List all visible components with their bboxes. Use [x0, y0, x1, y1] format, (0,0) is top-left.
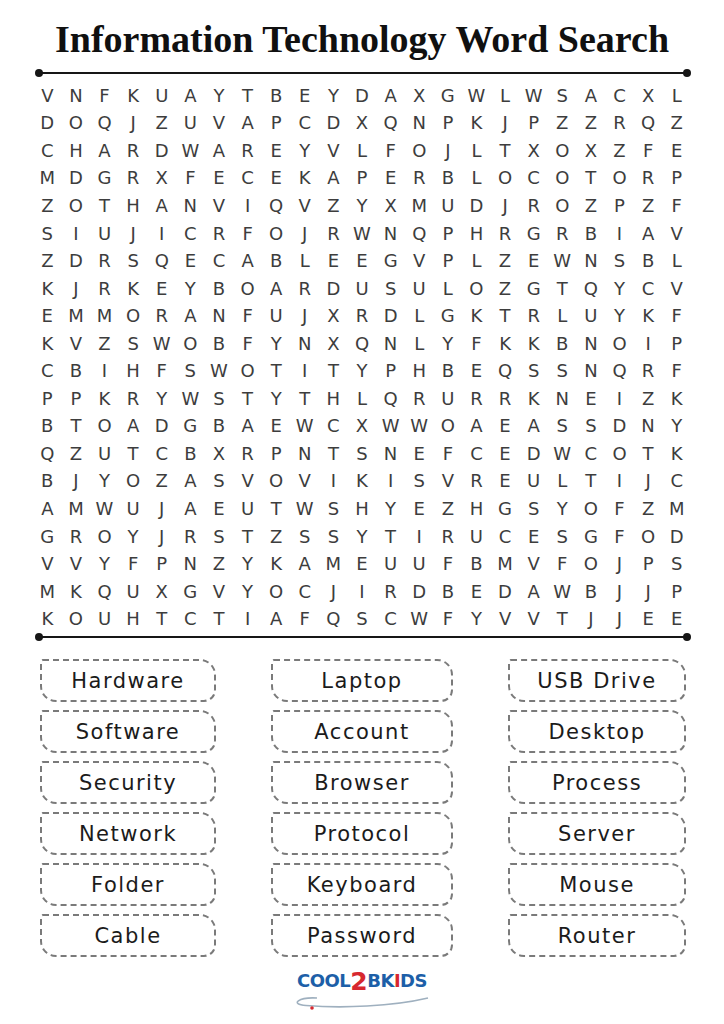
grid-cell: C — [176, 605, 205, 633]
grid-cell: A — [634, 220, 663, 248]
grid-cell: D — [519, 440, 548, 468]
grid-cell: E — [205, 495, 234, 523]
grid-cell: U — [119, 578, 148, 606]
grid-cell: N — [176, 192, 205, 220]
grid-cell: U — [405, 550, 434, 578]
grid-cell: F — [662, 357, 691, 385]
grid-cell: O — [62, 110, 91, 138]
grid-cell: Y — [119, 523, 148, 551]
grid-cell: O — [548, 137, 577, 165]
grid-cell: E — [662, 605, 691, 633]
grid-cell: C — [33, 357, 62, 385]
grid-cell: Y — [548, 495, 577, 523]
grid-cell: R — [176, 523, 205, 551]
grid-cell: M — [62, 495, 91, 523]
grid-cell: G — [577, 523, 606, 551]
grid-cell: P — [605, 192, 634, 220]
grid-cell: L — [348, 137, 377, 165]
grid-cell: V — [33, 550, 62, 578]
grid-cell: B — [262, 247, 291, 275]
grid-cell: B — [205, 275, 234, 303]
grid-cell: Q — [319, 605, 348, 633]
word-pill: Process — [508, 761, 686, 804]
grid-cell: V — [62, 330, 91, 358]
grid-cell: O — [119, 468, 148, 496]
grid-cell: A — [290, 550, 319, 578]
grid-cell: N — [205, 302, 234, 330]
grid-cell: N — [577, 357, 606, 385]
grid-cell: O — [62, 192, 91, 220]
grid-cell: U — [577, 302, 606, 330]
grid-cell: R — [233, 440, 262, 468]
grid-cell: N — [634, 413, 663, 441]
grid-cell: W — [290, 413, 319, 441]
grid-cell: S — [548, 413, 577, 441]
grid-cell: I — [233, 192, 262, 220]
grid-cell: H — [405, 357, 434, 385]
grid-cell: L — [434, 275, 463, 303]
grid-cell: J — [62, 275, 91, 303]
grid-cell: V — [62, 550, 91, 578]
grid-cell: C — [605, 82, 634, 110]
grid-cell: Z — [33, 192, 62, 220]
grid-cell: E — [491, 413, 520, 441]
grid-cell: R — [519, 192, 548, 220]
grid-cell: Q — [90, 110, 119, 138]
grid-cell: C — [233, 165, 262, 193]
grid-cell: T — [548, 605, 577, 633]
grid-cell: R — [147, 302, 176, 330]
grid-cell: S — [348, 440, 377, 468]
grid-cell: R — [205, 220, 234, 248]
logo-segment: 2 — [350, 969, 367, 994]
title-divider — [37, 72, 689, 74]
grid-cell: T — [205, 605, 234, 633]
grid-cell: P — [376, 357, 405, 385]
grid-cell: B — [548, 330, 577, 358]
grid-cell: O — [233, 357, 262, 385]
grid-cell: A — [519, 413, 548, 441]
grid-cell: R — [491, 385, 520, 413]
grid-cell: F — [434, 605, 463, 633]
grid-cell: A — [233, 110, 262, 138]
grid-cell: T — [290, 385, 319, 413]
grid-cell: J — [290, 220, 319, 248]
grid-cell: E — [348, 247, 377, 275]
grid-cell: F — [434, 440, 463, 468]
grid-cell: Y — [462, 605, 491, 633]
grid-cell: L — [548, 302, 577, 330]
grid-cell: S — [205, 385, 234, 413]
grid-cell: Y — [290, 137, 319, 165]
grid-cell: E — [519, 247, 548, 275]
grid-cell: J — [634, 468, 663, 496]
grid-cell: E — [662, 137, 691, 165]
grid-cell: F — [662, 302, 691, 330]
grid-cell: S — [205, 468, 234, 496]
grid-cell: Q — [605, 357, 634, 385]
worksheet-page: Information Technology Word Search VNFKU… — [0, 0, 724, 1024]
grid-cell: V — [519, 550, 548, 578]
grid-cell: A — [176, 82, 205, 110]
grid-cell: U — [434, 385, 463, 413]
grid-cell: F — [462, 330, 491, 358]
grid-cell: O — [605, 330, 634, 358]
word-pill: USB Drive — [508, 659, 686, 702]
grid-cell: X — [348, 110, 377, 138]
grid-cell: U — [434, 192, 463, 220]
grid-cell: A — [147, 192, 176, 220]
grid-cell: S — [119, 330, 148, 358]
word-pill: Hardware — [40, 659, 216, 702]
grid-cell: I — [376, 468, 405, 496]
grid-cell: M — [662, 495, 691, 523]
grid-cell: V — [434, 468, 463, 496]
grid-cell: S — [519, 495, 548, 523]
grid-cell: Y — [348, 192, 377, 220]
grid-cell: Z — [262, 523, 291, 551]
grid-cell: A — [119, 413, 148, 441]
grid-cell: I — [634, 330, 663, 358]
grid-cell: B — [434, 165, 463, 193]
grid-cell: Z — [634, 192, 663, 220]
grid-cell: B — [62, 357, 91, 385]
grid-cell: E — [319, 247, 348, 275]
grid-cell: L — [662, 247, 691, 275]
grid-cell: O — [233, 275, 262, 303]
grid-cell: P — [262, 110, 291, 138]
grid-cell: K — [119, 82, 148, 110]
grid-cell: I — [605, 220, 634, 248]
grid-cell: E — [348, 550, 377, 578]
grid-cell: H — [62, 137, 91, 165]
grid-cell: D — [62, 247, 91, 275]
grid-cell: M — [62, 302, 91, 330]
grid-cell: V — [205, 110, 234, 138]
grid-cell: T — [634, 440, 663, 468]
grid-cell: K — [462, 110, 491, 138]
grid-cell: R — [376, 578, 405, 606]
grid-cell: S — [319, 523, 348, 551]
grid-cell: X — [147, 165, 176, 193]
grid-cell: P — [348, 165, 377, 193]
grid-cell: C — [634, 275, 663, 303]
grid-cell: W — [348, 220, 377, 248]
word-pill: Folder — [40, 863, 216, 906]
grid-cell: O — [548, 165, 577, 193]
grid-cell: V — [491, 605, 520, 633]
grid-cell: W — [548, 247, 577, 275]
grid-cell: G — [434, 302, 463, 330]
grid-cell: R — [319, 220, 348, 248]
grid-cell: T — [319, 440, 348, 468]
grid-cell: J — [491, 192, 520, 220]
grid-cell: Z — [147, 110, 176, 138]
grid-cell: D — [376, 302, 405, 330]
grid-cell: F — [605, 495, 634, 523]
grid-cell: F — [634, 137, 663, 165]
grid-cell: J — [290, 302, 319, 330]
grid-cell: W — [548, 440, 577, 468]
word-pill: Security — [40, 761, 216, 804]
grid-cell: K — [33, 605, 62, 633]
grid-cell: N — [548, 385, 577, 413]
grid-cell: W — [290, 495, 319, 523]
grid-cell: Y — [319, 82, 348, 110]
grid-cell: K — [491, 330, 520, 358]
grid-cell: H — [119, 357, 148, 385]
grid-cell: B — [33, 468, 62, 496]
grid-cell: R — [462, 468, 491, 496]
grid-cell: P — [434, 110, 463, 138]
grid-cell: H — [462, 220, 491, 248]
grid-cell: R — [62, 523, 91, 551]
grid-cell: L — [548, 468, 577, 496]
grid-cell: S — [548, 357, 577, 385]
grid-cell: D — [462, 192, 491, 220]
grid-cell: K — [90, 385, 119, 413]
grid-cell: P — [62, 385, 91, 413]
grid-cell: T — [262, 495, 291, 523]
grid-cell: Q — [376, 385, 405, 413]
grid-cell: Q — [376, 110, 405, 138]
grid-cell: L — [662, 82, 691, 110]
grid-cell: R — [634, 357, 663, 385]
grid-cell: Q — [262, 192, 291, 220]
grid-cell: X — [405, 82, 434, 110]
grid-cell: S — [405, 468, 434, 496]
grid-cell: I — [605, 468, 634, 496]
grid-cell: Z — [147, 468, 176, 496]
grid-cell: I — [90, 357, 119, 385]
grid-cell: Y — [262, 385, 291, 413]
grid-cell: U — [405, 275, 434, 303]
word-pill: Laptop — [271, 659, 453, 702]
grid-cell: U — [376, 550, 405, 578]
grid-cell: S — [376, 275, 405, 303]
grid-cell: F — [290, 605, 319, 633]
grid-cell: O — [605, 440, 634, 468]
grid-cell: Y — [376, 495, 405, 523]
grid-cell: G — [33, 523, 62, 551]
grid-divider — [37, 636, 689, 638]
grid-cell: D — [33, 110, 62, 138]
grid-cell: A — [319, 165, 348, 193]
grid-cell: V — [662, 220, 691, 248]
grid-cell: R — [605, 110, 634, 138]
grid-cell: W — [176, 385, 205, 413]
grid-cell: U — [90, 440, 119, 468]
grid-cell: P — [434, 247, 463, 275]
grid-cell: A — [176, 495, 205, 523]
grid-cell: W — [205, 357, 234, 385]
grid-cell: R — [462, 385, 491, 413]
grid-cell: T — [376, 523, 405, 551]
grid-cell: X — [319, 330, 348, 358]
grid-cell: S — [662, 550, 691, 578]
grid-cell: C — [290, 578, 319, 606]
grid-cell: R — [119, 137, 148, 165]
grid-cell: S — [605, 247, 634, 275]
grid-cell: O — [548, 192, 577, 220]
grid-cell: E — [462, 357, 491, 385]
grid-cell: T — [62, 413, 91, 441]
grid-cell: P — [519, 110, 548, 138]
grid-cell: E — [262, 413, 291, 441]
grid-cell: B — [434, 578, 463, 606]
grid-cell: U — [90, 605, 119, 633]
grid-cell: J — [634, 578, 663, 606]
grid-cell: V — [205, 578, 234, 606]
grid-cell: Q — [634, 110, 663, 138]
grid-cell: O — [90, 523, 119, 551]
word-list-column: LaptopAccountBrowserProtocolKeyboardPass… — [271, 659, 453, 965]
grid-cell: F — [662, 192, 691, 220]
grid-cell: L — [348, 385, 377, 413]
cool2bkids-logo: COOL2BKIDS — [287, 969, 437, 1011]
grid-cell: S — [290, 523, 319, 551]
word-pill: Browser — [271, 761, 453, 804]
grid-cell: I — [62, 220, 91, 248]
grid-cell: X — [519, 137, 548, 165]
grid-cell: M — [90, 302, 119, 330]
grid-cell: D — [662, 523, 691, 551]
grid-cell: F — [233, 220, 262, 248]
grid-cell: V — [33, 82, 62, 110]
grid-cell: K — [119, 275, 148, 303]
grid-cell: O — [462, 275, 491, 303]
grid-cell: N — [176, 550, 205, 578]
grid-cell: F — [233, 302, 262, 330]
grid-cell: E — [491, 440, 520, 468]
grid-cell: U — [519, 468, 548, 496]
grid-cell: W — [548, 578, 577, 606]
grid-cell: T — [491, 302, 520, 330]
grid-cell: K — [662, 440, 691, 468]
grid-cell: Z — [33, 247, 62, 275]
grid-cell: Y — [90, 468, 119, 496]
grid-cell: R — [491, 220, 520, 248]
grid-cell: K — [348, 468, 377, 496]
grid-cell: I — [147, 220, 176, 248]
grid-cell: R — [233, 137, 262, 165]
grid-cell: A — [462, 413, 491, 441]
grid-cell: O — [62, 605, 91, 633]
grid-cell: T — [319, 357, 348, 385]
grid-cell: I — [605, 385, 634, 413]
grid-cell: H — [462, 495, 491, 523]
word-pill: Software — [40, 710, 216, 753]
grid-cell: G — [376, 247, 405, 275]
word-pill: Mouse — [508, 863, 686, 906]
grid-cell: Q — [491, 357, 520, 385]
word-pill: Router — [508, 914, 686, 957]
grid-cell: L — [491, 82, 520, 110]
grid-cell: R — [348, 302, 377, 330]
grid-cell: R — [634, 165, 663, 193]
grid-cell: V — [519, 605, 548, 633]
grid-cell: U — [147, 82, 176, 110]
grid-cell: E — [462, 578, 491, 606]
grid-cell: Y — [434, 330, 463, 358]
grid-cell: F — [176, 165, 205, 193]
grid-cell: C — [147, 440, 176, 468]
grid-cell: E — [147, 275, 176, 303]
grid-cell: O — [176, 330, 205, 358]
grid-cell: M — [33, 165, 62, 193]
word-list-column: USB DriveDesktopProcessServerMouseRouter — [508, 659, 686, 965]
grid-cell: K — [462, 302, 491, 330]
word-pill: Server — [508, 812, 686, 855]
grid-cell: X — [205, 440, 234, 468]
grid-cell: C — [376, 605, 405, 633]
grid-cell: Y — [205, 82, 234, 110]
grid-cell: E — [519, 523, 548, 551]
grid-cell: A — [176, 468, 205, 496]
grid-cell: R — [90, 247, 119, 275]
grid-cell: Y — [605, 275, 634, 303]
grid-cell: W — [376, 413, 405, 441]
grid-cell: A — [519, 578, 548, 606]
grid-cell: V — [290, 192, 319, 220]
grid-cell: T — [577, 468, 606, 496]
grid-cell: F — [376, 137, 405, 165]
grid-cell: D — [405, 578, 434, 606]
logo-segment: DS — [400, 972, 427, 990]
grid-cell: S — [119, 247, 148, 275]
grid-cell: E — [205, 165, 234, 193]
logo-text: COOL2BKIDS — [287, 969, 437, 994]
grid-cell: O — [262, 468, 291, 496]
grid-cell: F — [147, 357, 176, 385]
grid-cell: J — [605, 578, 634, 606]
grid-cell: R — [548, 220, 577, 248]
grid-cell: N — [376, 220, 405, 248]
grid-cell: S — [33, 220, 62, 248]
grid-cell: T — [491, 137, 520, 165]
grid-cell: Q — [577, 275, 606, 303]
grid-cell: A — [262, 605, 291, 633]
grid-cell: V — [205, 192, 234, 220]
grid-cell: Z — [319, 192, 348, 220]
grid-cell: S — [548, 82, 577, 110]
grid-cell: K — [33, 330, 62, 358]
grid-cell: B — [262, 82, 291, 110]
grid-cell: R — [405, 385, 434, 413]
grid-cell: J — [119, 220, 148, 248]
grid-cell: J — [147, 495, 176, 523]
grid-cell: M — [319, 550, 348, 578]
grid-cell: E — [262, 137, 291, 165]
grid-cell: E — [176, 247, 205, 275]
grid-cell: Z — [434, 495, 463, 523]
grid-cell: I — [405, 523, 434, 551]
grid-cell: Z — [62, 440, 91, 468]
grid-cell: V — [662, 275, 691, 303]
grid-cell: O — [491, 165, 520, 193]
logo-segment: COOL — [297, 972, 350, 990]
grid-cell: U — [348, 275, 377, 303]
grid-cell: W — [90, 495, 119, 523]
grid-cell: X — [348, 413, 377, 441]
grid-cell: H — [348, 495, 377, 523]
grid-cell: Z — [634, 385, 663, 413]
grid-cell: V — [319, 137, 348, 165]
grid-cell: F — [233, 330, 262, 358]
grid-cell: Z — [577, 192, 606, 220]
grid-cell: L — [462, 137, 491, 165]
grid-cell: W — [147, 330, 176, 358]
